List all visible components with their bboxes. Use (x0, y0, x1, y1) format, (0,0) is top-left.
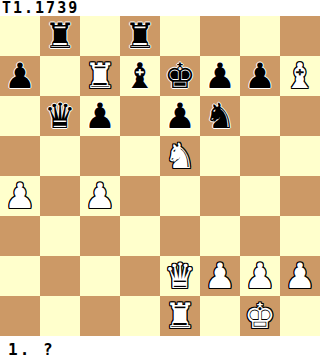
square-h8[interactable] (280, 16, 320, 56)
square-c5[interactable] (80, 136, 120, 176)
piece-white-knight[interactable]: ♞ (164, 139, 195, 174)
square-f6[interactable]: ♞ (200, 96, 240, 136)
square-g3[interactable] (240, 216, 280, 256)
square-e1[interactable]: ♜ (160, 296, 200, 336)
piece-white-king[interactable]: ♚ (244, 299, 275, 334)
square-d6[interactable] (120, 96, 160, 136)
square-f7[interactable]: ♟ (200, 56, 240, 96)
move-prompt: 1. ? (0, 336, 320, 360)
piece-white-rook[interactable]: ♜ (84, 59, 115, 94)
square-d3[interactable] (120, 216, 160, 256)
square-h4[interactable] (280, 176, 320, 216)
square-f1[interactable] (200, 296, 240, 336)
square-b6[interactable]: ♛ (40, 96, 80, 136)
square-b5[interactable] (40, 136, 80, 176)
square-b4[interactable] (40, 176, 80, 216)
square-e4[interactable] (160, 176, 200, 216)
square-h1[interactable] (280, 296, 320, 336)
piece-white-pawn[interactable]: ♟ (4, 179, 35, 214)
square-d4[interactable] (120, 176, 160, 216)
square-c6[interactable]: ♟ (80, 96, 120, 136)
square-b2[interactable] (40, 256, 80, 296)
square-h6[interactable] (280, 96, 320, 136)
square-h2[interactable]: ♟ (280, 256, 320, 296)
piece-black-pawn[interactable]: ♟ (204, 59, 235, 94)
piece-black-knight[interactable]: ♞ (204, 99, 235, 134)
square-c3[interactable] (80, 216, 120, 256)
piece-black-pawn[interactable]: ♟ (4, 59, 35, 94)
square-d2[interactable] (120, 256, 160, 296)
square-h7[interactable]: ♝ (280, 56, 320, 96)
piece-black-king[interactable]: ♚ (164, 59, 195, 94)
square-e2[interactable]: ♛ (160, 256, 200, 296)
square-g1[interactable]: ♚ (240, 296, 280, 336)
square-g8[interactable] (240, 16, 280, 56)
square-e7[interactable]: ♚ (160, 56, 200, 96)
square-h3[interactable] (280, 216, 320, 256)
square-f2[interactable]: ♟ (200, 256, 240, 296)
piece-white-pawn[interactable]: ♟ (284, 259, 315, 294)
puzzle-title: T1.1739 (0, 0, 320, 16)
chess-board: ♜♜♟♜♝♚♟♟♝♛♟♟♞♞♟♟♛♟♟♟♜♚ (0, 16, 320, 336)
piece-white-pawn[interactable]: ♟ (244, 259, 275, 294)
square-e6[interactable]: ♟ (160, 96, 200, 136)
square-a5[interactable] (0, 136, 40, 176)
square-d5[interactable] (120, 136, 160, 176)
square-d8[interactable]: ♜ (120, 16, 160, 56)
square-g2[interactable]: ♟ (240, 256, 280, 296)
square-b1[interactable] (40, 296, 80, 336)
piece-white-pawn[interactable]: ♟ (84, 179, 115, 214)
square-a1[interactable] (0, 296, 40, 336)
piece-black-bishop[interactable]: ♝ (124, 59, 155, 94)
square-e3[interactable] (160, 216, 200, 256)
square-a2[interactable] (0, 256, 40, 296)
square-c8[interactable] (80, 16, 120, 56)
square-f8[interactable] (200, 16, 240, 56)
square-g5[interactable] (240, 136, 280, 176)
square-g6[interactable] (240, 96, 280, 136)
square-b8[interactable]: ♜ (40, 16, 80, 56)
piece-white-rook[interactable]: ♜ (164, 299, 195, 334)
square-f3[interactable] (200, 216, 240, 256)
square-f4[interactable] (200, 176, 240, 216)
piece-black-rook[interactable]: ♜ (44, 19, 75, 54)
square-a6[interactable] (0, 96, 40, 136)
piece-black-pawn[interactable]: ♟ (84, 99, 115, 134)
piece-black-queen[interactable]: ♛ (44, 99, 75, 134)
square-c7[interactable]: ♜ (80, 56, 120, 96)
square-g7[interactable]: ♟ (240, 56, 280, 96)
square-c1[interactable] (80, 296, 120, 336)
square-b7[interactable] (40, 56, 80, 96)
piece-white-bishop[interactable]: ♝ (284, 59, 315, 94)
square-a4[interactable]: ♟ (0, 176, 40, 216)
square-d7[interactable]: ♝ (120, 56, 160, 96)
square-a8[interactable] (0, 16, 40, 56)
square-f5[interactable] (200, 136, 240, 176)
square-a7[interactable]: ♟ (0, 56, 40, 96)
square-b3[interactable] (40, 216, 80, 256)
piece-black-pawn[interactable]: ♟ (164, 99, 195, 134)
square-h5[interactable] (280, 136, 320, 176)
piece-white-pawn[interactable]: ♟ (204, 259, 235, 294)
square-a3[interactable] (0, 216, 40, 256)
square-g4[interactable] (240, 176, 280, 216)
piece-black-pawn[interactable]: ♟ (244, 59, 275, 94)
square-e8[interactable] (160, 16, 200, 56)
square-e5[interactable]: ♞ (160, 136, 200, 176)
square-c2[interactable] (80, 256, 120, 296)
piece-black-rook[interactable]: ♜ (124, 19, 155, 54)
square-d1[interactable] (120, 296, 160, 336)
square-c4[interactable]: ♟ (80, 176, 120, 216)
piece-white-queen[interactable]: ♛ (164, 259, 195, 294)
